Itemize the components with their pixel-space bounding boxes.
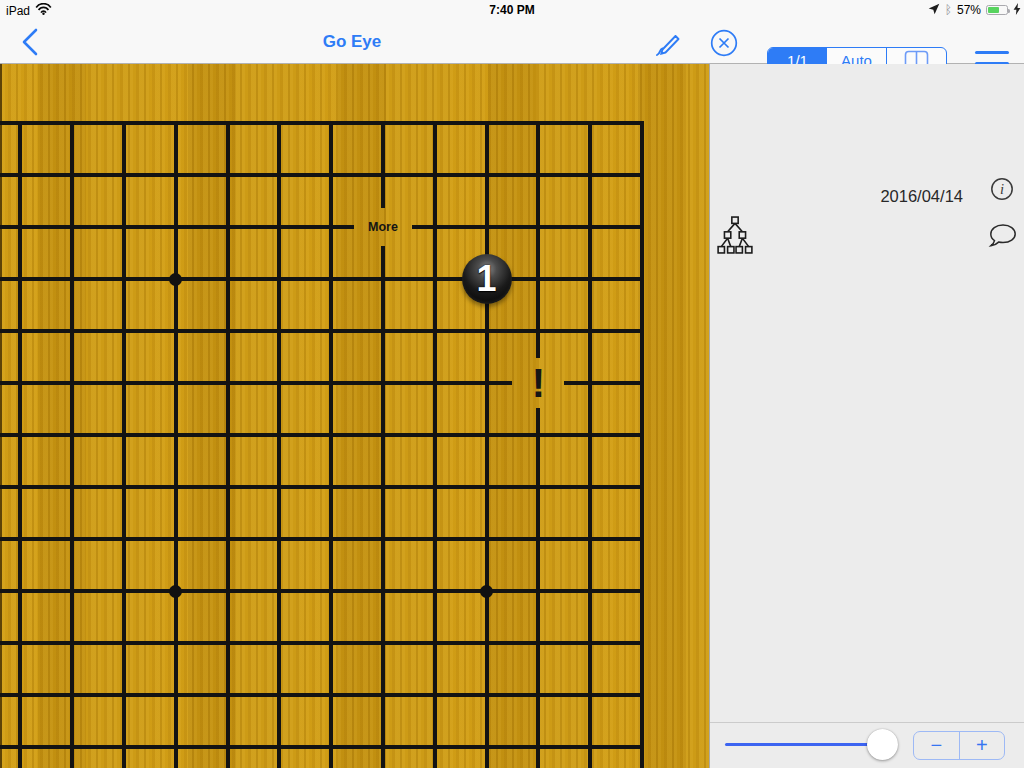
next-move-button[interactable]: +	[959, 732, 1005, 759]
game-tree-button[interactable]	[717, 216, 755, 256]
board-annotation: More	[368, 220, 398, 234]
svg-text:i: i	[1000, 181, 1004, 197]
move-stepper: − +	[913, 731, 1005, 760]
page-title: Go Eye	[323, 32, 382, 52]
move-slider-knob[interactable]	[867, 729, 898, 760]
previous-move-button[interactable]: −	[914, 732, 959, 759]
close-circle-button[interactable]	[709, 28, 739, 58]
status-bar: iPad 7:40 PM ᛒ 57%	[0, 0, 1024, 20]
panel-divider	[710, 722, 1024, 723]
pencil-annotate-button[interactable]	[653, 28, 683, 58]
screen: iPad 7:40 PM ᛒ 57%	[0, 0, 1024, 768]
bluetooth-icon: ᛒ	[945, 4, 952, 16]
clock: 7:40 PM	[0, 3, 1024, 17]
navigation-bar: Go Eye 1/1 Auto	[0, 20, 1024, 64]
move-slider-track[interactable]	[725, 743, 883, 746]
go-board[interactable]: More!1	[0, 64, 709, 768]
battery-percent: 57%	[957, 3, 981, 17]
comment-bubble-button[interactable]	[988, 223, 1018, 249]
battery-icon	[986, 5, 1008, 15]
board-annotation: !	[532, 361, 545, 406]
move-number: 1	[477, 261, 497, 297]
board-left-edge	[0, 64, 2, 768]
location-icon	[928, 3, 940, 18]
back-button[interactable]	[20, 28, 46, 56]
stone-black-Q16[interactable]: 1	[462, 254, 512, 304]
game-date: 2016/04/14	[880, 187, 963, 206]
info-button[interactable]: i	[990, 177, 1014, 201]
charging-bolt-icon	[1013, 3, 1021, 18]
side-panel: 2016/04/14 i − +	[709, 64, 1024, 768]
